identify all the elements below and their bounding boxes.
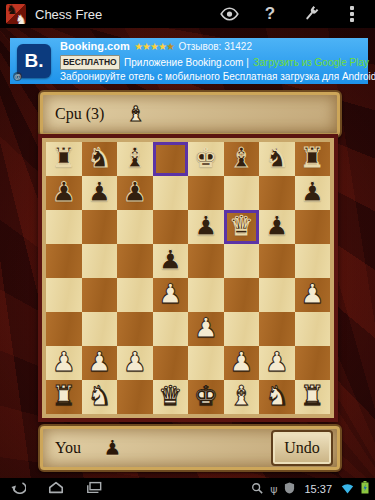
shield-icon [284, 480, 295, 498]
square-e5[interactable] [188, 244, 224, 278]
square-b3[interactable] [82, 312, 118, 346]
square-d8[interactable] [153, 142, 189, 176]
black-pawn: ♟ [194, 209, 218, 243]
google-play-link[interactable]: Загрузить из Google Play [253, 57, 369, 68]
white-pawn: ♟ [158, 277, 182, 311]
square-a1[interactable]: ♜ [46, 380, 82, 414]
board-frame: ♜♞♝♚♝♞♜♟♟♟♟♟♛♟♟♟♟♟♟♟♟♟♟♜♞♛♚♝♞♜ [38, 134, 338, 422]
square-f7[interactable] [224, 176, 260, 210]
black-rook: ♜ [300, 141, 324, 175]
square-b4[interactable] [82, 278, 118, 312]
eye-icon[interactable] [218, 5, 240, 23]
square-b1[interactable]: ♞ [82, 380, 118, 414]
white-pawn: ♟ [229, 345, 253, 379]
white-knight: ♞ [87, 379, 111, 413]
system-nav-bar: ψ 15:37 [0, 478, 375, 500]
square-f6[interactable]: ♛ [224, 210, 260, 244]
game-background: B. Booking.com ★★★★★ Отзывов: 31422 БЕСП… [0, 28, 375, 478]
cpu-label: Cpu (3) [55, 105, 104, 123]
home-button[interactable] [48, 480, 64, 498]
square-b6[interactable] [82, 210, 118, 244]
square-d1[interactable]: ♛ [153, 380, 189, 414]
square-c8[interactable]: ♝ [117, 142, 153, 176]
help-icon[interactable]: ? [259, 5, 281, 23]
square-e4[interactable] [188, 278, 224, 312]
square-b2[interactable]: ♟ [82, 346, 118, 380]
square-f2[interactable]: ♟ [224, 346, 260, 380]
black-pawn: ♟ [265, 209, 289, 243]
you-label: You [55, 439, 81, 457]
square-c5[interactable] [117, 244, 153, 278]
black-pawn: ♟ [158, 243, 182, 277]
square-f4[interactable] [224, 278, 260, 312]
ad-reviews: Отзывов: 31422 [178, 41, 252, 52]
square-d6[interactable] [153, 210, 189, 244]
you-tray: You ♟ Undo [38, 424, 342, 472]
square-h2[interactable] [295, 346, 331, 380]
square-e3[interactable]: ♟ [188, 312, 224, 346]
square-b5[interactable] [82, 244, 118, 278]
square-d5[interactable]: ♟ [153, 244, 189, 278]
square-c7[interactable]: ♟ [117, 176, 153, 210]
white-pawn: ♟ [265, 345, 289, 379]
black-bishop: ♝ [123, 141, 147, 175]
white-king: ♚ [194, 379, 218, 413]
square-h1[interactable]: ♜ [295, 380, 331, 414]
square-f3[interactable] [224, 312, 260, 346]
star-rating: ★★★★★ [134, 41, 174, 52]
square-c6[interactable] [117, 210, 153, 244]
white-pawn: ♟ [123, 345, 147, 379]
black-bishop: ♝ [229, 141, 253, 175]
wifi-icon [341, 480, 354, 498]
square-e6[interactable]: ♟ [188, 210, 224, 244]
white-rook: ♜ [300, 379, 324, 413]
square-h8[interactable]: ♜ [295, 142, 331, 176]
ad-info-icon[interactable]: @ [13, 72, 22, 81]
square-d7[interactable] [153, 176, 189, 210]
overflow-menu-icon[interactable] [341, 5, 363, 23]
white-pawn: ♟ [300, 277, 324, 311]
square-b7[interactable]: ♟ [82, 176, 118, 210]
chess-board: ♜♞♝♚♝♞♜♟♟♟♟♟♛♟♟♟♟♟♟♟♟♟♟♜♞♛♚♝♞♜ [46, 142, 330, 414]
black-king: ♚ [194, 141, 218, 175]
square-b8[interactable]: ♞ [82, 142, 118, 176]
square-f1[interactable]: ♝ [224, 380, 260, 414]
ad-title-line: Booking.com ★★★★★ Отзывов: 31422 [60, 38, 375, 54]
booking-logo: B. [17, 44, 51, 78]
square-a2[interactable]: ♟ [46, 346, 82, 380]
search-status-icon [251, 480, 263, 498]
square-g8[interactable]: ♞ [259, 142, 295, 176]
battery-icon [361, 480, 369, 498]
app-logo-icon: ♞ ♞ [6, 4, 26, 24]
undo-button[interactable]: Undo [271, 430, 333, 466]
black-queen: ♛ [229, 209, 253, 243]
captured-white-bishop: ♝ [126, 104, 145, 125]
square-e2[interactable] [188, 346, 224, 380]
square-g3[interactable] [259, 312, 295, 346]
square-a6[interactable] [46, 210, 82, 244]
white-knight: ♞ [265, 379, 289, 413]
usb-icon: ψ [270, 483, 277, 496]
square-a5[interactable] [46, 244, 82, 278]
clock: 15:37 [304, 483, 332, 495]
top-bar-actions: ? [218, 5, 375, 23]
black-pawn: ♟ [300, 175, 324, 209]
black-pawn: ♟ [52, 175, 76, 209]
square-c3[interactable] [117, 312, 153, 346]
black-knight: ♞ [265, 141, 289, 175]
square-g1[interactable]: ♞ [259, 380, 295, 414]
square-a8[interactable]: ♜ [46, 142, 82, 176]
app-top-bar: ♞ ♞ Chess Free ? [0, 0, 375, 28]
square-e1[interactable]: ♚ [188, 380, 224, 414]
square-h6[interactable] [295, 210, 331, 244]
black-pawn: ♟ [123, 175, 147, 209]
ad-description: Забронируйте отель с мобильного Бесплатн… [60, 70, 375, 84]
app-title: Chess Free [35, 7, 102, 22]
black-knight: ♞ [87, 141, 111, 175]
you-captured-pieces: ♟ [103, 438, 122, 459]
ad-subtitle-line: БЕСПЛАТНО Приложение Booking.com | Загру… [60, 54, 375, 71]
recents-button[interactable] [86, 480, 102, 498]
square-c4[interactable] [117, 278, 153, 312]
square-g5[interactable] [259, 244, 295, 278]
wrench-icon[interactable] [300, 5, 322, 23]
white-knight-logo-glyph: ♞ [15, 12, 26, 24]
cpu-tray: Cpu (3) ♝ [38, 90, 342, 138]
cpu-captured-pieces: ♝ [126, 104, 145, 125]
white-queen: ♛ [158, 379, 182, 413]
ad-banner[interactable]: B. Booking.com ★★★★★ Отзывов: 31422 БЕСП… [10, 38, 368, 84]
square-g4[interactable] [259, 278, 295, 312]
square-h3[interactable] [295, 312, 331, 346]
square-f5[interactable] [224, 244, 260, 278]
square-a7[interactable]: ♟ [46, 176, 82, 210]
square-g6[interactable]: ♟ [259, 210, 295, 244]
square-d2[interactable] [153, 346, 189, 380]
black-rook: ♜ [52, 141, 76, 175]
square-c1[interactable] [117, 380, 153, 414]
square-d3[interactable] [153, 312, 189, 346]
square-c2[interactable]: ♟ [117, 346, 153, 380]
white-pawn: ♟ [52, 345, 76, 379]
square-d4[interactable]: ♟ [153, 278, 189, 312]
square-e8[interactable]: ♚ [188, 142, 224, 176]
white-pawn: ♟ [194, 311, 218, 345]
screen: ♞ ♞ Chess Free ? [0, 0, 375, 500]
white-bishop: ♝ [229, 379, 253, 413]
white-rook: ♜ [52, 379, 76, 413]
square-h7[interactable]: ♟ [295, 176, 331, 210]
square-a4[interactable] [46, 278, 82, 312]
ad-brand: Booking.com [60, 40, 130, 52]
square-a3[interactable] [46, 312, 82, 346]
square-g2[interactable]: ♟ [259, 346, 295, 380]
square-f8[interactable]: ♝ [224, 142, 260, 176]
square-e7[interactable] [188, 176, 224, 210]
black-pawn: ♟ [87, 175, 111, 209]
back-button[interactable] [10, 480, 26, 498]
captured-black-pawn: ♟ [103, 438, 122, 459]
white-pawn: ♟ [87, 345, 111, 379]
square-h4[interactable]: ♟ [295, 278, 331, 312]
square-h5[interactable] [295, 244, 331, 278]
free-badge: БЕСПЛАТНО [60, 55, 120, 71]
square-g7[interactable] [259, 176, 295, 210]
